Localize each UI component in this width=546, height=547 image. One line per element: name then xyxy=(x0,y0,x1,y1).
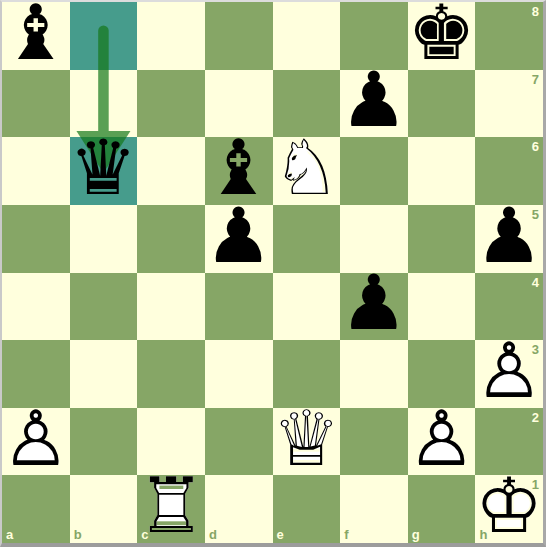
white-piece-outline: ♔ xyxy=(475,468,543,544)
black-piece-glyph: ♚ xyxy=(407,0,475,71)
black-bishop-a8[interactable]: ♝ xyxy=(2,2,70,70)
white-piece-outline: ♘ xyxy=(272,130,340,206)
chess-board: 8765432abcdefg1h ♝♚♟♛♝♞♘♟♟♟♟♙♟♙♛♕♟♙♜♖♚♔ xyxy=(0,0,546,547)
black-piece-glyph: ♟ xyxy=(475,198,543,274)
black-pawn-f4[interactable]: ♟ xyxy=(340,273,408,341)
black-piece-glyph: ♟ xyxy=(205,198,273,274)
white-pawn-g2[interactable]: ♟♙ xyxy=(408,408,476,476)
white-pawn-a2[interactable]: ♟♙ xyxy=(2,408,70,476)
black-queen-b6[interactable]: ♛ xyxy=(70,137,138,205)
black-pawn-d5[interactable]: ♟ xyxy=(205,205,273,273)
black-pawn-f7[interactable]: ♟ xyxy=(340,70,408,138)
white-piece-outline: ♙ xyxy=(475,333,543,409)
white-knight-e6[interactable]: ♞♘ xyxy=(273,137,341,205)
white-pawn-h3[interactable]: ♟♙ xyxy=(475,340,543,408)
white-rook-c1[interactable]: ♜♖ xyxy=(137,475,205,543)
black-king-g8[interactable]: ♚ xyxy=(408,2,476,70)
pieces-layer: ♝♚♟♛♝♞♘♟♟♟♟♙♟♙♛♕♟♙♜♖♚♔ xyxy=(2,2,543,543)
white-piece-outline: ♕ xyxy=(272,401,340,477)
black-piece-glyph: ♝ xyxy=(2,0,70,71)
white-piece-outline: ♖ xyxy=(137,468,205,544)
black-piece-glyph: ♟ xyxy=(340,265,408,341)
black-pawn-h5[interactable]: ♟ xyxy=(475,205,543,273)
black-piece-glyph: ♛ xyxy=(69,130,137,206)
black-piece-glyph: ♟ xyxy=(340,62,408,138)
white-king-h1[interactable]: ♚♔ xyxy=(475,475,543,543)
white-piece-outline: ♙ xyxy=(407,401,475,477)
white-piece-outline: ♙ xyxy=(2,401,70,477)
white-queen-e2[interactable]: ♛♕ xyxy=(273,408,341,476)
